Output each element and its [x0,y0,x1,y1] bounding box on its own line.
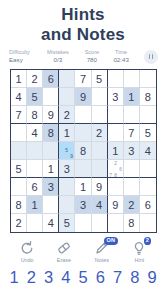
cell-value: 9 [48,109,54,121]
note-digit: 9 [70,154,74,159]
sudoku-cell-r6c1[interactable]: 5 [11,160,27,178]
cell-value: 4 [145,145,151,157]
sudoku-cell-r2c3[interactable] [43,88,59,106]
sudoku-cell-r4c6[interactable]: 2 [92,124,108,142]
pause-icon [152,54,154,59]
sudoku-cell-r7c4[interactable] [59,178,75,196]
stat-time: Time 02:43 [113,49,129,65]
cell-value: 2 [128,199,134,211]
sudoku-cell-r8c8[interactable]: 2 [124,196,140,214]
notes-button[interactable]: ON Notes [89,240,115,263]
cell-value: 5 [32,91,38,103]
sudoku-cell-r7c1[interactable] [11,178,27,196]
sudoku-cell-r6c9[interactable] [140,160,156,178]
sudoku-cell-r1c2[interactable]: 2 [27,70,43,88]
lightbulb-icon: 2 [131,240,147,256]
sudoku-cell-r1c5[interactable]: 7 [75,70,91,88]
sudoku-cell-r8c7[interactable]: 9 [108,196,124,214]
undo-icon [19,240,35,256]
score-label: Score [84,49,98,56]
sudoku-cell-r5c5[interactable]: 8 [75,142,91,160]
sudoku-cell-r8c3[interactable] [43,196,59,214]
mistakes-value: 0/3 [46,56,68,64]
note-digit [70,148,74,153]
notes-on-badge: ON [104,237,118,245]
note-digit [65,154,69,159]
note-digit [60,148,64,153]
sudoku-cell-r2c5[interactable]: 9 [75,88,91,106]
cell-value: 3 [48,181,54,193]
sudoku-cell-r6c7[interactable]: 2678 [108,160,124,178]
cell-notes: 2678 [108,160,123,177]
cell-value: 5 [15,163,21,175]
numpad-6[interactable]: 6 [93,268,107,287]
sudoku-cell-r2c2[interactable]: 5 [27,88,43,106]
sudoku-cell-r4c8[interactable]: 7 [124,124,140,142]
sudoku-cell-r8c2[interactable]: 1 [27,196,43,214]
numpad-7[interactable]: 7 [111,268,125,287]
sudoku-cell-r6c2[interactable] [27,160,43,178]
sudoku-cell-r5c7[interactable]: 1 [108,142,124,160]
notes-label: Notes [95,257,109,262]
sudoku-cell-r8c4[interactable] [59,196,75,214]
difficulty-value: Easy [9,56,30,64]
cell-value: 6 [32,181,38,193]
note-digit [108,167,112,172]
sudoku-cell-r8c9[interactable]: 6 [140,196,156,214]
cell-value: 2 [15,217,21,229]
sudoku-cell-r4c7[interactable] [108,124,124,142]
sudoku-cell-r8c1[interactable]: 8 [11,196,27,214]
cell-value: 5 [64,217,70,229]
sudoku-cell-r1c1[interactable]: 1 [11,70,27,88]
numpad-3[interactable]: 3 [42,268,56,287]
sudoku-cell-r2c4[interactable] [59,88,75,106]
cell-value: 3 [64,163,70,175]
cell-value: 8 [32,109,38,121]
cell-value: 4 [15,91,21,103]
cell-value: 5 [96,73,102,85]
sudoku-cell-r5c1[interactable] [11,142,27,160]
sudoku-cell-r4c9[interactable]: 5 [140,124,156,142]
sudoku-cell-r2c6[interactable] [92,88,108,106]
sudoku-cell-r5c3[interactable] [43,142,59,160]
sudoku-cell-r5c2[interactable] [27,142,43,160]
cell-value: 9 [112,199,118,211]
cell-value: 4 [32,127,38,139]
hint-button[interactable]: 2 Hint [126,240,152,263]
note-digit [113,167,117,172]
sudoku-cell-r7c3[interactable]: 3 [43,178,59,196]
difficulty-label: Difficulty [9,49,30,56]
sudoku-cell-r7c9[interactable] [140,178,156,196]
sudoku-cell-r2c7[interactable]: 3 [108,88,124,106]
cell-value: 7 [128,127,134,139]
sudoku-cell-r4c4[interactable]: 1 [59,124,75,142]
sudoku-cell-r2c8[interactable]: 1 [124,88,140,106]
cell-value: 1 [80,181,86,193]
note-digit [108,161,112,166]
undo-button[interactable]: Undo [14,240,40,263]
sudoku-cell-r3c5[interactable] [75,106,91,124]
cell-value: 1 [48,163,54,175]
note-digit [65,143,69,147]
note-digit [118,173,122,178]
cell-value: 1 [64,127,70,139]
sudoku-cell-r8c5[interactable]: 3 [75,196,91,214]
sudoku-cell-r1c9[interactable] [140,70,156,88]
sudoku-cell-r1c6[interactable]: 5 [92,70,108,88]
pause-icon [149,54,151,59]
sudoku-cell-r3c3[interactable]: 9 [43,106,59,124]
pause-button[interactable] [144,50,158,64]
hint-label: Hint [134,257,144,262]
erase-label: Erase [57,257,71,262]
cell-value: 8 [128,217,134,229]
number-pad: 123456789 [0,268,166,287]
sudoku-cell-r9c1[interactable]: 2 [11,214,27,232]
sudoku-cell-r1c7[interactable] [108,70,124,88]
note-digit: 5 [65,148,69,153]
sudoku-cell-r6c6[interactable] [92,160,108,178]
sudoku-cell-r9c8[interactable]: 8 [124,214,140,232]
sudoku-cell-r5c9[interactable]: 4 [140,142,156,160]
cell-value: 1 [128,91,134,103]
sudoku-cell-r9c7[interactable] [108,214,124,232]
sudoku-cell-r6c3[interactable]: 1 [43,160,59,178]
cell-value: 1 [32,199,38,211]
cell-value: 8 [15,199,21,211]
note-digit [60,154,64,159]
cell-value: 4 [48,217,54,229]
cell-value: 8 [145,91,151,103]
sudoku-cell-r9c3[interactable]: 4 [43,214,59,232]
cell-value: 9 [96,181,102,193]
note-digit: 8 [113,173,117,178]
undo-label: Undo [21,257,34,262]
cell-value: 3 [128,145,134,157]
note-digit [70,143,74,147]
sudoku-cell-r7c8[interactable] [124,178,140,196]
sudoku-app-screen: Hints and Notes Difficulty Easy Mistakes… [0,5,166,296]
sudoku-cell-r5c4[interactable]: 59 [59,142,75,160]
cell-value: 5 [145,127,151,139]
cell-value: 3 [112,91,118,103]
sudoku-cell-r9c2[interactable] [27,214,43,232]
score-value: 780 [84,56,99,64]
sudoku-cell-r8c6[interactable]: 4 [92,196,108,214]
sudoku-cell-r1c3[interactable]: 6 [43,70,59,88]
sudoku-cell-r7c6[interactable]: 9 [92,178,108,196]
sudoku-cell-r9c6[interactable] [92,214,108,232]
sudoku-cell-r4c2[interactable]: 4 [27,124,43,142]
note-digit: 6 [118,167,122,172]
stat-mistakes: Mistakes 0/3 [46,49,70,65]
sudoku-cell-r3c7[interactable] [108,106,124,124]
cell-value: 2 [32,73,38,85]
cell-value: 8 [48,127,54,139]
sudoku-cell-r3c4[interactable]: 2 [59,106,75,124]
cell-value: 6 [48,73,54,85]
sudoku-cell-r3c2[interactable]: 8 [27,106,43,124]
cell-value: 9 [80,91,86,103]
sudoku-cell-r2c9[interactable]: 8 [140,88,156,106]
numpad-4[interactable]: 4 [59,268,73,287]
cell-value: 3 [80,199,86,211]
stat-difficulty: Difficulty Easy [9,49,32,65]
sudoku-cell-r5c6[interactable] [92,142,108,160]
sudoku-cell-r9c4[interactable]: 5 [59,214,75,232]
cell-value: 6 [145,199,151,211]
sudoku-cell-r7c7[interactable] [108,178,124,196]
sudoku-cell-r3c8[interactable] [124,106,140,124]
mistakes-label: Mistakes [47,49,69,56]
cell-value: 8 [80,145,86,157]
note-digit: 7 [108,173,112,178]
numpad-8[interactable]: 8 [128,268,142,287]
numpad-1[interactable]: 1 [7,268,21,287]
cell-value: 2 [64,109,70,121]
note-digit [60,143,64,147]
numpad-5[interactable]: 5 [76,268,90,287]
sudoku-cell-r9c9[interactable] [140,214,156,232]
time-label: Time [114,49,129,56]
title-line-2: and Notes [0,25,166,45]
sudoku-cell-r6c5[interactable] [75,160,91,178]
cell-value: 7 [15,109,21,121]
title-line-1: Hints [0,5,166,25]
sudoku-cell-r3c6[interactable] [92,106,108,124]
numpad-9[interactable]: 9 [145,268,159,287]
page-title: Hints and Notes [0,5,166,45]
numpad-2[interactable]: 2 [24,268,38,287]
sudoku-cell-r9c5[interactable] [75,214,91,232]
cell-value: 7 [80,73,86,85]
sudoku-cell-r6c8[interactable] [124,160,140,178]
sudoku-cell-r7c5[interactable]: 1 [75,178,91,196]
note-digit [118,161,122,166]
sudoku-board: 1267545931878924812755981345132678631981… [10,69,157,233]
note-digit: 2 [113,161,117,166]
cell-value: 1 [112,145,118,157]
cell-value: 2 [96,127,102,139]
sudoku-cell-r6c4[interactable]: 3 [59,160,75,178]
sudoku-cell-r5c8[interactable]: 3 [124,142,140,160]
stat-score: Score 780 [84,49,100,65]
sudoku-cell-r4c3[interactable]: 8 [43,124,59,142]
cell-value: 4 [96,199,102,211]
sudoku-cell-r7c2[interactable]: 6 [27,178,43,196]
erase-button[interactable]: Erase [51,240,77,263]
sudoku-cell-r4c5[interactable] [75,124,91,142]
sudoku-cell-r4c1[interactable] [11,124,27,142]
eraser-icon [56,240,72,256]
pencil-icon: ON [94,240,110,256]
cell-notes: 59 [59,142,74,159]
cell-value: 1 [15,73,21,85]
sudoku-cell-r3c9[interactable] [140,106,156,124]
sudoku-cell-r2c1[interactable]: 4 [11,88,27,106]
time-value: 02:43 [114,56,129,64]
sudoku-cell-r1c4[interactable] [59,70,75,88]
toolbar: Undo Erase ON Notes 2 Hint [0,240,166,263]
hint-count-badge: 2 [144,237,151,245]
sudoku-cell-r3c1[interactable]: 7 [11,106,27,124]
stats-bar: Difficulty Easy Mistakes 0/3 Score 780 T… [0,45,166,67]
sudoku-cell-r1c8[interactable] [124,70,140,88]
